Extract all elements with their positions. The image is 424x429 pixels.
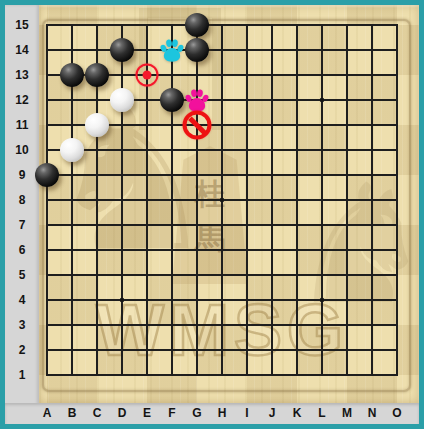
board-cell[interactable] (35, 138, 60, 163)
white-stone[interactable] (85, 113, 109, 137)
board-cell[interactable] (110, 313, 135, 338)
board-cell[interactable] (360, 38, 385, 63)
board-cell[interactable] (235, 263, 260, 288)
board-cell[interactable] (285, 288, 310, 313)
board-cell[interactable] (60, 313, 85, 338)
board-cell[interactable] (335, 188, 360, 213)
board-cell[interactable] (335, 363, 360, 388)
board-cell[interactable] (235, 238, 260, 263)
board-cell[interactable] (235, 113, 260, 138)
board-cell[interactable] (110, 338, 135, 363)
board-cell[interactable] (60, 263, 85, 288)
board-cell[interactable] (285, 363, 310, 388)
board-cell[interactable] (235, 13, 260, 38)
column-label: C (85, 405, 109, 422)
board-cell[interactable] (235, 188, 260, 213)
board-cell[interactable] (335, 88, 360, 113)
board-cell[interactable] (235, 163, 260, 188)
board-cell[interactable] (310, 213, 335, 238)
board-cell[interactable] (385, 88, 410, 113)
board-cell[interactable] (160, 138, 185, 163)
board-cell[interactable] (360, 288, 385, 313)
board-cell[interactable] (135, 363, 160, 388)
board-cell[interactable] (160, 238, 185, 263)
star-point (220, 198, 224, 202)
board-cell[interactable] (85, 113, 110, 138)
board-cell[interactable] (210, 313, 235, 338)
board-cell[interactable] (35, 113, 60, 138)
board-cell[interactable] (160, 313, 185, 338)
board-cell[interactable] (210, 163, 235, 188)
column-label: J (260, 405, 284, 422)
board-cell[interactable] (110, 38, 135, 63)
black-stone[interactable] (85, 63, 109, 87)
column-label: B (60, 405, 84, 422)
board-cell[interactable] (135, 263, 160, 288)
board-cell[interactable] (260, 13, 285, 38)
board-cell[interactable] (385, 288, 410, 313)
board-cell[interactable] (260, 188, 285, 213)
board-cell[interactable] (85, 263, 110, 288)
board-cell[interactable] (285, 313, 310, 338)
board-cell[interactable] (210, 288, 235, 313)
board-cell[interactable] (310, 38, 335, 63)
board-cell[interactable] (210, 113, 235, 138)
column-label: A (35, 405, 59, 422)
board-cell[interactable] (260, 213, 285, 238)
board-cell[interactable] (285, 163, 310, 188)
board-cell[interactable] (110, 238, 135, 263)
board-cell[interactable] (35, 213, 60, 238)
board-cell[interactable] (235, 63, 260, 88)
board-cell[interactable] (35, 188, 60, 213)
board-cell[interactable] (110, 363, 135, 388)
board-cell[interactable] (385, 188, 410, 213)
board-cell[interactable] (335, 138, 360, 163)
board-cell[interactable] (185, 338, 210, 363)
board-cell[interactable] (260, 163, 285, 188)
board-cell[interactable] (110, 163, 135, 188)
board-cell[interactable] (85, 88, 110, 113)
board-cell[interactable] (185, 288, 210, 313)
board-cell[interactable] (310, 238, 335, 263)
board-cell[interactable] (60, 138, 85, 163)
board-cell[interactable] (285, 63, 310, 88)
board-cell[interactable] (235, 288, 260, 313)
board-cell[interactable] (185, 238, 210, 263)
board-cell[interactable] (385, 63, 410, 88)
board-cell[interactable] (185, 138, 210, 163)
board-cell[interactable] (135, 188, 160, 213)
board-cell[interactable] (85, 213, 110, 238)
column-label: L (310, 405, 334, 422)
board-cell[interactable] (110, 63, 135, 88)
board-cell[interactable] (310, 13, 335, 38)
board-cell[interactable] (335, 288, 360, 313)
star-point (320, 98, 324, 102)
board-cell[interactable] (360, 238, 385, 263)
board-cell[interactable] (135, 38, 160, 63)
board-cell[interactable] (135, 288, 160, 313)
magenta-paw-marker (184, 87, 210, 113)
board-cell[interactable] (85, 63, 110, 88)
board-cell[interactable] (210, 88, 235, 113)
board-cell[interactable] (210, 338, 235, 363)
board-cell[interactable] (35, 363, 60, 388)
board-cell[interactable] (210, 138, 235, 163)
board-cell[interactable] (310, 263, 335, 288)
white-stone[interactable] (110, 88, 134, 112)
board-cell[interactable] (135, 163, 160, 188)
board-cell[interactable] (35, 88, 60, 113)
white-stone[interactable] (60, 138, 84, 162)
board-cell[interactable] (310, 138, 335, 163)
game-window: 151413121110987654321 ABCDEFGHIJKLMNO ♞ … (0, 0, 424, 429)
board-cell[interactable] (35, 63, 60, 88)
board-cell[interactable] (335, 113, 360, 138)
board-cell[interactable] (160, 288, 185, 313)
board-cell[interactable] (260, 238, 285, 263)
board-cell[interactable] (385, 238, 410, 263)
board-cell[interactable] (310, 188, 335, 213)
column-label: M (335, 405, 359, 422)
board-cell[interactable] (210, 213, 235, 238)
board-cell[interactable] (285, 338, 310, 363)
board-cell[interactable] (185, 13, 210, 38)
board-cell[interactable] (285, 263, 310, 288)
board-cell[interactable] (110, 138, 135, 163)
board-cell[interactable] (310, 163, 335, 188)
star-point (120, 298, 124, 302)
star-point (320, 298, 324, 302)
black-stone[interactable] (35, 163, 59, 187)
board-cell[interactable] (85, 288, 110, 313)
board-cell[interactable] (135, 138, 160, 163)
no-entry-marker (183, 111, 212, 140)
board-cell[interactable] (335, 63, 360, 88)
board-cell[interactable] (235, 313, 260, 338)
board-cell[interactable] (335, 238, 360, 263)
board-cell[interactable] (35, 288, 60, 313)
board-cell[interactable] (85, 38, 110, 63)
board-grid (35, 13, 410, 388)
board-cell[interactable] (260, 63, 285, 88)
black-stone[interactable] (185, 13, 209, 37)
board-cell[interactable] (385, 313, 410, 338)
board-cell[interactable] (360, 263, 385, 288)
board-cell[interactable] (160, 13, 185, 38)
board-cell[interactable] (185, 213, 210, 238)
board-cell[interactable] (210, 238, 235, 263)
board-cell[interactable] (260, 338, 285, 363)
board-cell[interactable] (60, 63, 85, 88)
column-label: I (235, 405, 259, 422)
board-cell[interactable] (110, 188, 135, 213)
board-cell[interactable] (385, 363, 410, 388)
column-label: E (135, 405, 159, 422)
board-cell[interactable] (385, 338, 410, 363)
board-cell[interactable] (360, 188, 385, 213)
board-cell[interactable] (60, 88, 85, 113)
board-cell[interactable] (335, 338, 360, 363)
board-cell[interactable] (335, 163, 360, 188)
board-cell[interactable] (235, 363, 260, 388)
board-cell[interactable] (135, 213, 160, 238)
board-cell[interactable] (260, 38, 285, 63)
board-cell[interactable] (260, 113, 285, 138)
board-cell[interactable] (260, 138, 285, 163)
board-cell[interactable] (210, 188, 235, 213)
board-cell[interactable] (285, 88, 310, 113)
board-cell[interactable] (35, 338, 60, 363)
board-cell[interactable] (210, 363, 235, 388)
board-cell[interactable] (360, 163, 385, 188)
board-cell[interactable] (260, 263, 285, 288)
board-cell[interactable] (60, 163, 85, 188)
board-cell[interactable] (85, 363, 110, 388)
board-cell[interactable] (35, 263, 60, 288)
board-cell[interactable] (360, 213, 385, 238)
board-cell[interactable] (385, 38, 410, 63)
cyan-paw-marker (159, 37, 185, 63)
board-cell[interactable] (335, 263, 360, 288)
board-cell[interactable] (135, 238, 160, 263)
board-cell[interactable] (135, 113, 160, 138)
board-cell[interactable] (160, 338, 185, 363)
board-cell[interactable] (335, 213, 360, 238)
column-label: H (210, 405, 234, 422)
board-cell[interactable] (260, 288, 285, 313)
board-cell[interactable] (385, 113, 410, 138)
board-cell[interactable] (210, 63, 235, 88)
board-cell[interactable] (185, 363, 210, 388)
board-cell[interactable] (310, 88, 335, 113)
board-cell[interactable] (85, 188, 110, 213)
board-cell[interactable] (35, 38, 60, 63)
board-cell[interactable] (85, 238, 110, 263)
board-cell[interactable] (110, 113, 135, 138)
board-cell[interactable] (60, 213, 85, 238)
board-cell[interactable] (35, 238, 60, 263)
board-cell[interactable] (160, 263, 185, 288)
board-cell[interactable] (385, 163, 410, 188)
board-cell[interactable] (285, 238, 310, 263)
red-target-marker (136, 64, 159, 87)
board-cell[interactable] (285, 188, 310, 213)
board-cell[interactable] (360, 13, 385, 38)
board-cell[interactable] (235, 38, 260, 63)
board-cell[interactable] (260, 88, 285, 113)
board-cell[interactable] (335, 313, 360, 338)
board-cell[interactable] (185, 88, 210, 113)
board-cell[interactable] (360, 113, 385, 138)
board-cell[interactable] (35, 13, 60, 38)
board-cell[interactable] (60, 238, 85, 263)
board-cell[interactable] (110, 288, 135, 313)
board-cell[interactable] (310, 288, 335, 313)
board-cell[interactable] (160, 38, 185, 63)
board-cell[interactable] (135, 88, 160, 113)
board-cell[interactable] (35, 163, 60, 188)
board-cell[interactable] (185, 188, 210, 213)
board-cell[interactable] (310, 338, 335, 363)
board-cell[interactable] (160, 113, 185, 138)
board-cell[interactable] (35, 313, 60, 338)
board-cell[interactable] (85, 13, 110, 38)
board-cell[interactable] (385, 213, 410, 238)
board-cell[interactable] (210, 263, 235, 288)
board-cell[interactable] (185, 313, 210, 338)
board-cell[interactable] (160, 363, 185, 388)
board-cell[interactable] (60, 188, 85, 213)
board-cell[interactable] (185, 163, 210, 188)
board-cell[interactable] (135, 13, 160, 38)
board-cell[interactable] (310, 113, 335, 138)
board-cell[interactable] (360, 88, 385, 113)
board-cell[interactable] (160, 213, 185, 238)
board-cell[interactable] (235, 138, 260, 163)
board-cell[interactable] (360, 313, 385, 338)
go-board[interactable]: ♞ ♞ 桂馬 WMSG (39, 5, 419, 403)
black-stone[interactable] (110, 38, 134, 62)
board-cell[interactable] (210, 38, 235, 63)
board-cell[interactable] (310, 313, 335, 338)
board-cell[interactable] (110, 13, 135, 38)
board-cell[interactable] (60, 13, 85, 38)
board-cell[interactable] (135, 338, 160, 363)
board-cell[interactable] (335, 38, 360, 63)
board-cell[interactable] (135, 63, 160, 88)
board-cell[interactable] (60, 113, 85, 138)
board-cell[interactable] (110, 213, 135, 238)
board-cell[interactable] (85, 313, 110, 338)
black-stone[interactable] (60, 63, 84, 87)
board-cell[interactable] (60, 288, 85, 313)
board-cell[interactable] (285, 13, 310, 38)
board-cell[interactable] (260, 313, 285, 338)
board-cell[interactable] (360, 63, 385, 88)
board-cell[interactable] (85, 163, 110, 188)
board-cell[interactable] (385, 138, 410, 163)
board-cell[interactable] (335, 13, 360, 38)
board-cell[interactable] (360, 338, 385, 363)
board-cell[interactable] (85, 138, 110, 163)
board-cell[interactable] (60, 338, 85, 363)
column-label: F (160, 405, 184, 422)
board-cell[interactable] (360, 363, 385, 388)
board-cell[interactable] (160, 88, 185, 113)
board-cell[interactable] (160, 163, 185, 188)
board-cell[interactable] (160, 63, 185, 88)
black-stone[interactable] (185, 38, 209, 62)
column-label: G (185, 405, 209, 422)
column-coordinate-rail: ABCDEFGHIJKLMNO (5, 403, 419, 424)
board-cell[interactable] (60, 38, 85, 63)
board-cell[interactable] (310, 63, 335, 88)
board-cell[interactable] (260, 363, 285, 388)
board-cell[interactable] (210, 13, 235, 38)
board-cell[interactable] (235, 338, 260, 363)
board-cell[interactable] (160, 188, 185, 213)
board-cell[interactable] (60, 363, 85, 388)
board-cell[interactable] (110, 263, 135, 288)
column-label: K (285, 405, 309, 422)
board-cell[interactable] (285, 38, 310, 63)
board-cell[interactable] (310, 363, 335, 388)
board-cell[interactable] (185, 63, 210, 88)
board-cell[interactable] (185, 263, 210, 288)
board-cell[interactable] (385, 13, 410, 38)
column-label: N (360, 405, 384, 422)
board-cell[interactable] (285, 113, 310, 138)
board-cell[interactable] (235, 88, 260, 113)
board-cell[interactable] (285, 213, 310, 238)
black-stone[interactable] (160, 88, 184, 112)
board-cell[interactable] (285, 138, 310, 163)
board-cell[interactable] (385, 263, 410, 288)
column-label: O (385, 405, 409, 422)
board-cell[interactable] (85, 338, 110, 363)
board-cell[interactable] (110, 88, 135, 113)
column-label: D (110, 405, 134, 422)
board-cell[interactable] (185, 113, 210, 138)
board-cell[interactable] (235, 213, 260, 238)
board-cell[interactable] (185, 38, 210, 63)
board-cell[interactable] (135, 313, 160, 338)
board-cell[interactable] (360, 138, 385, 163)
